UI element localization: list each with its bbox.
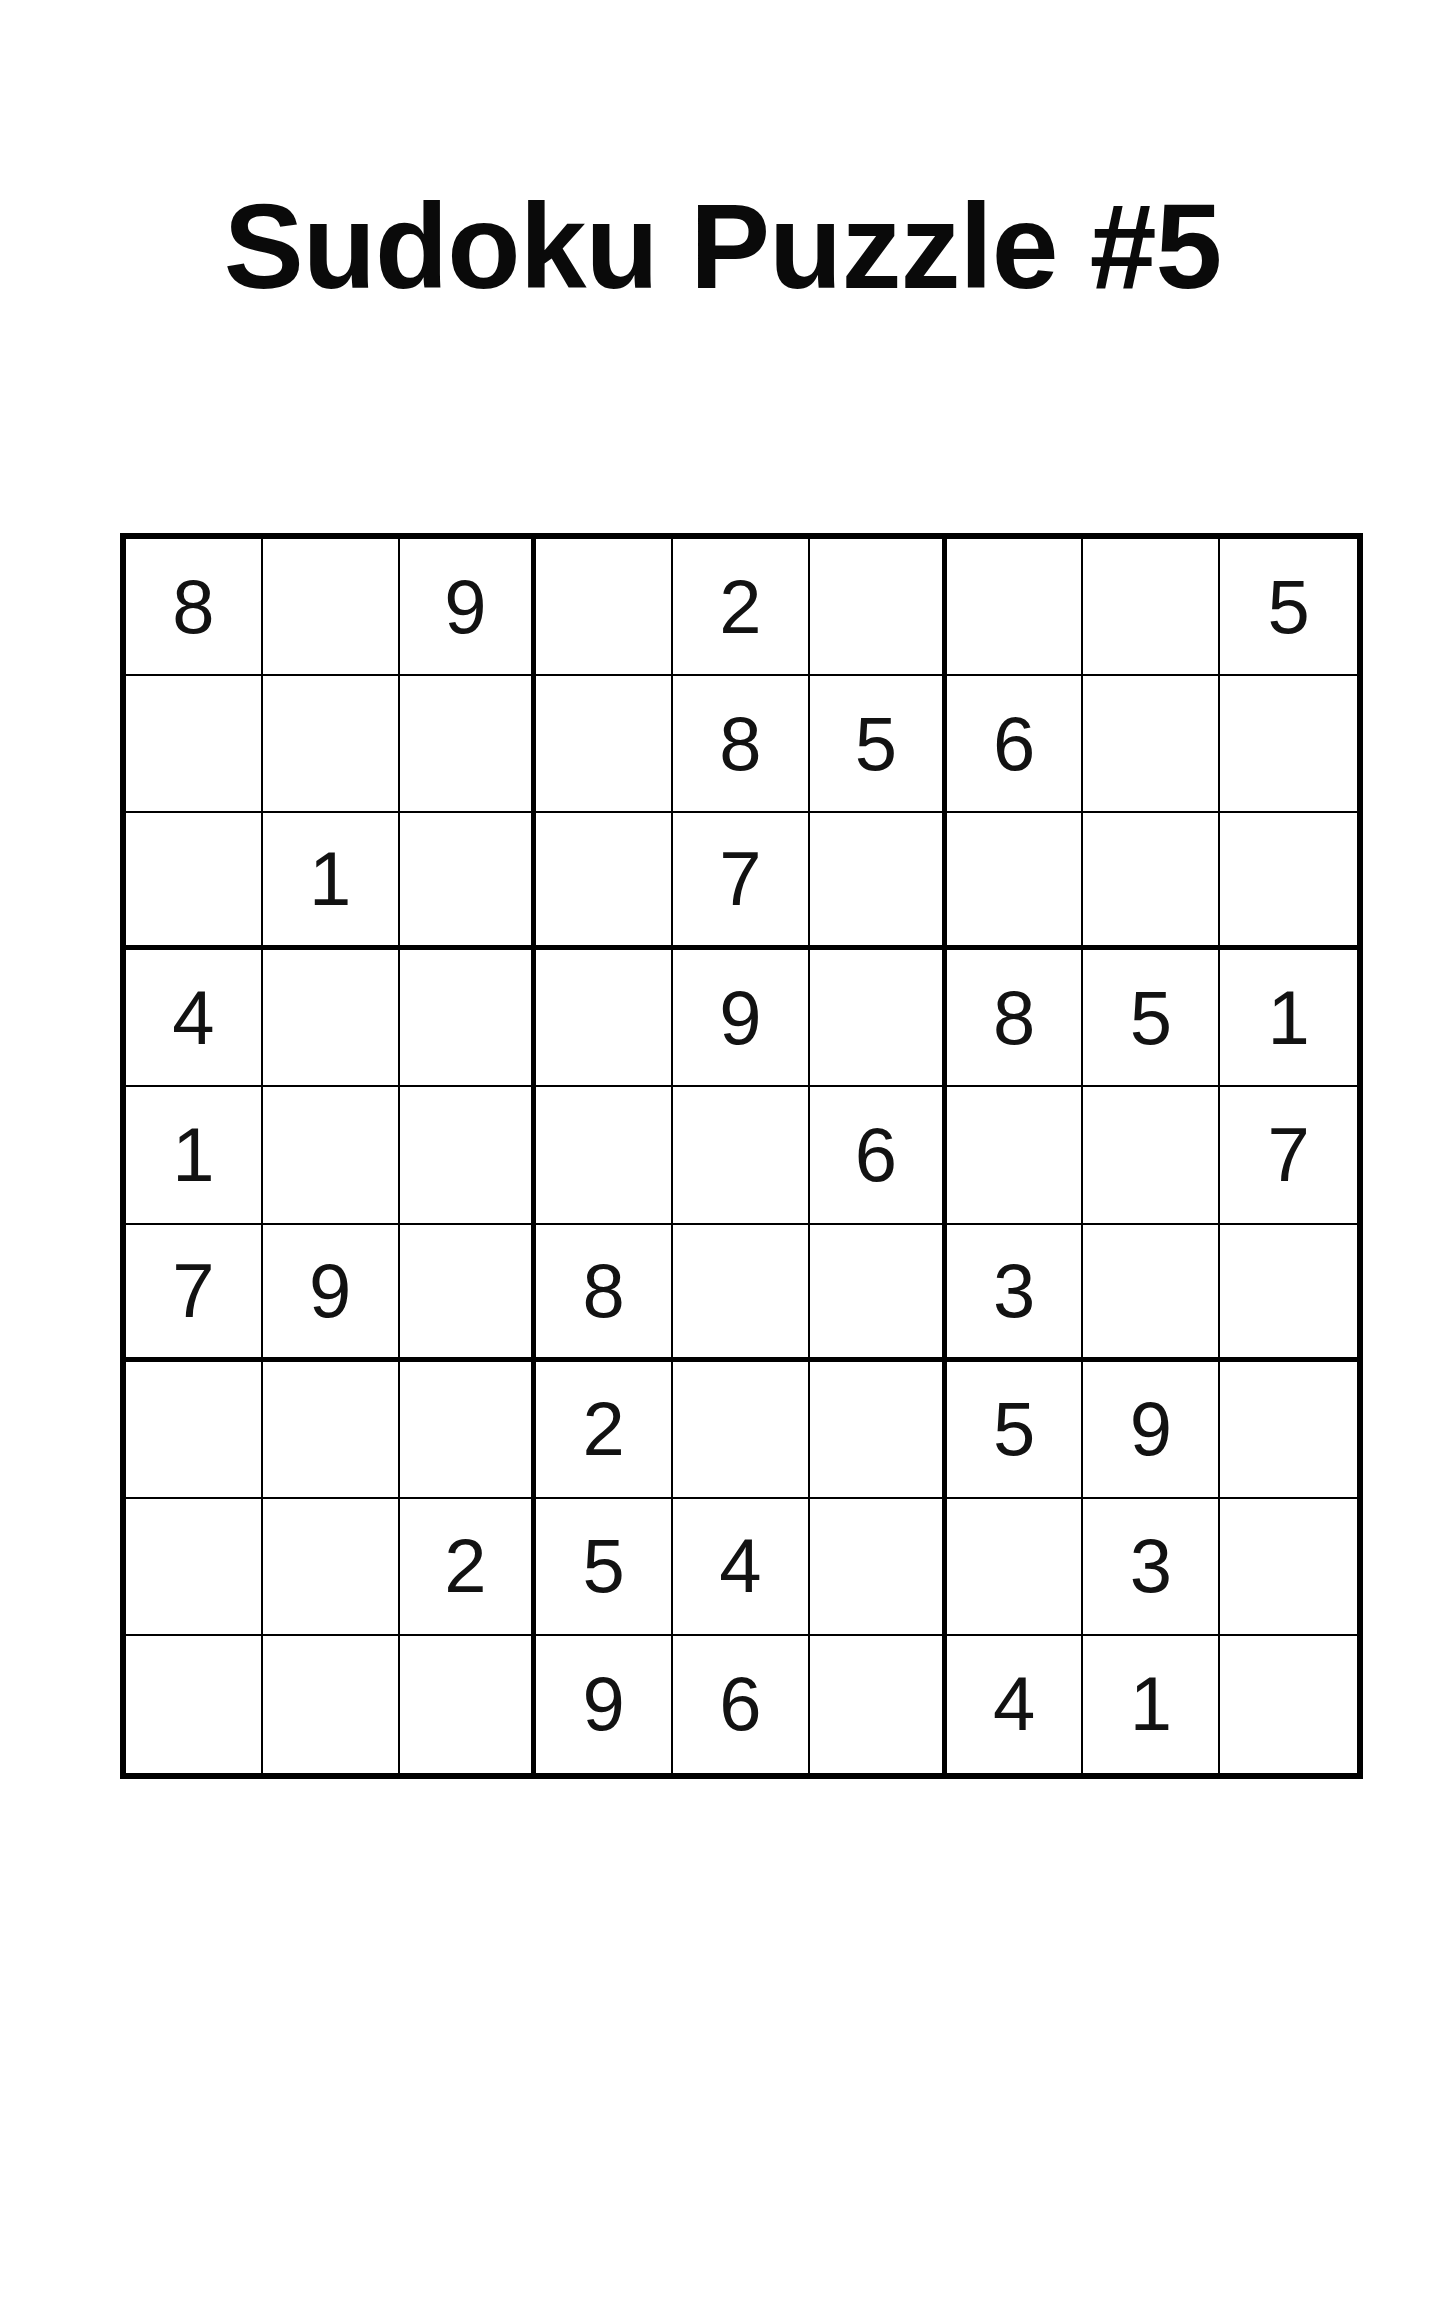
cell-r7c6[interactable] <box>810 1362 947 1499</box>
cell-r7c4[interactable]: 2 <box>536 1362 673 1499</box>
cell-r9c7[interactable]: 4 <box>947 1636 1084 1773</box>
cell-r9c9[interactable] <box>1220 1636 1357 1773</box>
cell-r5c9[interactable]: 7 <box>1220 1087 1357 1224</box>
cell-r6c3[interactable] <box>400 1225 537 1362</box>
cell-r4c3[interactable] <box>400 950 537 1087</box>
cell-r2c1[interactable] <box>126 676 263 813</box>
cell-r1c7[interactable] <box>947 539 1084 676</box>
cell-r5c1[interactable]: 1 <box>126 1087 263 1224</box>
cell-r4c6[interactable] <box>810 950 947 1087</box>
cell-r6c1[interactable]: 7 <box>126 1225 263 1362</box>
cell-r6c2[interactable]: 9 <box>263 1225 400 1362</box>
cell-r5c2[interactable] <box>263 1087 400 1224</box>
puzzle-title: Sudoku Puzzle #5 <box>0 186 1445 306</box>
cell-r8c8[interactable]: 3 <box>1083 1499 1220 1636</box>
cell-r4c1[interactable]: 4 <box>126 950 263 1087</box>
cell-r9c4[interactable]: 9 <box>536 1636 673 1773</box>
cell-r5c8[interactable] <box>1083 1087 1220 1224</box>
cell-r2c5[interactable]: 8 <box>673 676 810 813</box>
cell-r7c1[interactable] <box>126 1362 263 1499</box>
cell-r5c5[interactable] <box>673 1087 810 1224</box>
cell-r8c9[interactable] <box>1220 1499 1357 1636</box>
cell-r1c8[interactable] <box>1083 539 1220 676</box>
cell-r6c8[interactable] <box>1083 1225 1220 1362</box>
cell-r2c2[interactable] <box>263 676 400 813</box>
cell-r2c3[interactable] <box>400 676 537 813</box>
cell-r2c9[interactable] <box>1220 676 1357 813</box>
cell-r1c4[interactable] <box>536 539 673 676</box>
cell-r3c8[interactable] <box>1083 813 1220 950</box>
cell-r5c3[interactable] <box>400 1087 537 1224</box>
cell-r3c1[interactable] <box>126 813 263 950</box>
cell-r7c5[interactable] <box>673 1362 810 1499</box>
cell-r9c5[interactable]: 6 <box>673 1636 810 1773</box>
cell-r3c7[interactable] <box>947 813 1084 950</box>
cell-r6c4[interactable]: 8 <box>536 1225 673 1362</box>
cell-r8c5[interactable]: 4 <box>673 1499 810 1636</box>
sudoku-page: { "game": "sudoku", "header": { "title":… <box>0 0 1445 2312</box>
cell-r4c8[interactable]: 5 <box>1083 950 1220 1087</box>
cell-r1c5[interactable]: 2 <box>673 539 810 676</box>
cell-r4c5[interactable]: 9 <box>673 950 810 1087</box>
cell-r1c1[interactable]: 8 <box>126 539 263 676</box>
cell-r3c5[interactable]: 7 <box>673 813 810 950</box>
cell-r5c7[interactable] <box>947 1087 1084 1224</box>
cell-r7c8[interactable]: 9 <box>1083 1362 1220 1499</box>
cell-r1c2[interactable] <box>263 539 400 676</box>
cell-r2c6[interactable]: 5 <box>810 676 947 813</box>
cell-r3c9[interactable] <box>1220 813 1357 950</box>
cell-r4c2[interactable] <box>263 950 400 1087</box>
cell-r3c4[interactable] <box>536 813 673 950</box>
cell-r9c8[interactable]: 1 <box>1083 1636 1220 1773</box>
cell-r4c9[interactable]: 1 <box>1220 950 1357 1087</box>
cell-r3c2[interactable]: 1 <box>263 813 400 950</box>
cell-r5c4[interactable] <box>536 1087 673 1224</box>
cell-r7c9[interactable] <box>1220 1362 1357 1499</box>
sudoku-board: 89258561749851167798325925439641 <box>120 533 1363 1779</box>
cell-r8c1[interactable] <box>126 1499 263 1636</box>
cell-r8c4[interactable]: 5 <box>536 1499 673 1636</box>
cell-r3c3[interactable] <box>400 813 537 950</box>
cell-r2c7[interactable]: 6 <box>947 676 1084 813</box>
cell-r7c2[interactable] <box>263 1362 400 1499</box>
cell-r1c3[interactable]: 9 <box>400 539 537 676</box>
cell-r6c7[interactable]: 3 <box>947 1225 1084 1362</box>
cell-r1c9[interactable]: 5 <box>1220 539 1357 676</box>
cell-r8c7[interactable] <box>947 1499 1084 1636</box>
cell-r7c3[interactable] <box>400 1362 537 1499</box>
cell-r8c6[interactable] <box>810 1499 947 1636</box>
cell-r9c1[interactable] <box>126 1636 263 1773</box>
cell-r6c6[interactable] <box>810 1225 947 1362</box>
cell-r1c6[interactable] <box>810 539 947 676</box>
cell-r9c2[interactable] <box>263 1636 400 1773</box>
cell-r6c5[interactable] <box>673 1225 810 1362</box>
cell-r4c7[interactable]: 8 <box>947 950 1084 1087</box>
cell-r4c4[interactable] <box>536 950 673 1087</box>
cell-r9c3[interactable] <box>400 1636 537 1773</box>
cell-r8c3[interactable]: 2 <box>400 1499 537 1636</box>
cell-r9c6[interactable] <box>810 1636 947 1773</box>
cell-r2c4[interactable] <box>536 676 673 813</box>
cell-r5c6[interactable]: 6 <box>810 1087 947 1224</box>
cell-r7c7[interactable]: 5 <box>947 1362 1084 1499</box>
cell-r3c6[interactable] <box>810 813 947 950</box>
cell-r6c9[interactable] <box>1220 1225 1357 1362</box>
cell-r2c8[interactable] <box>1083 676 1220 813</box>
cell-r8c2[interactable] <box>263 1499 400 1636</box>
